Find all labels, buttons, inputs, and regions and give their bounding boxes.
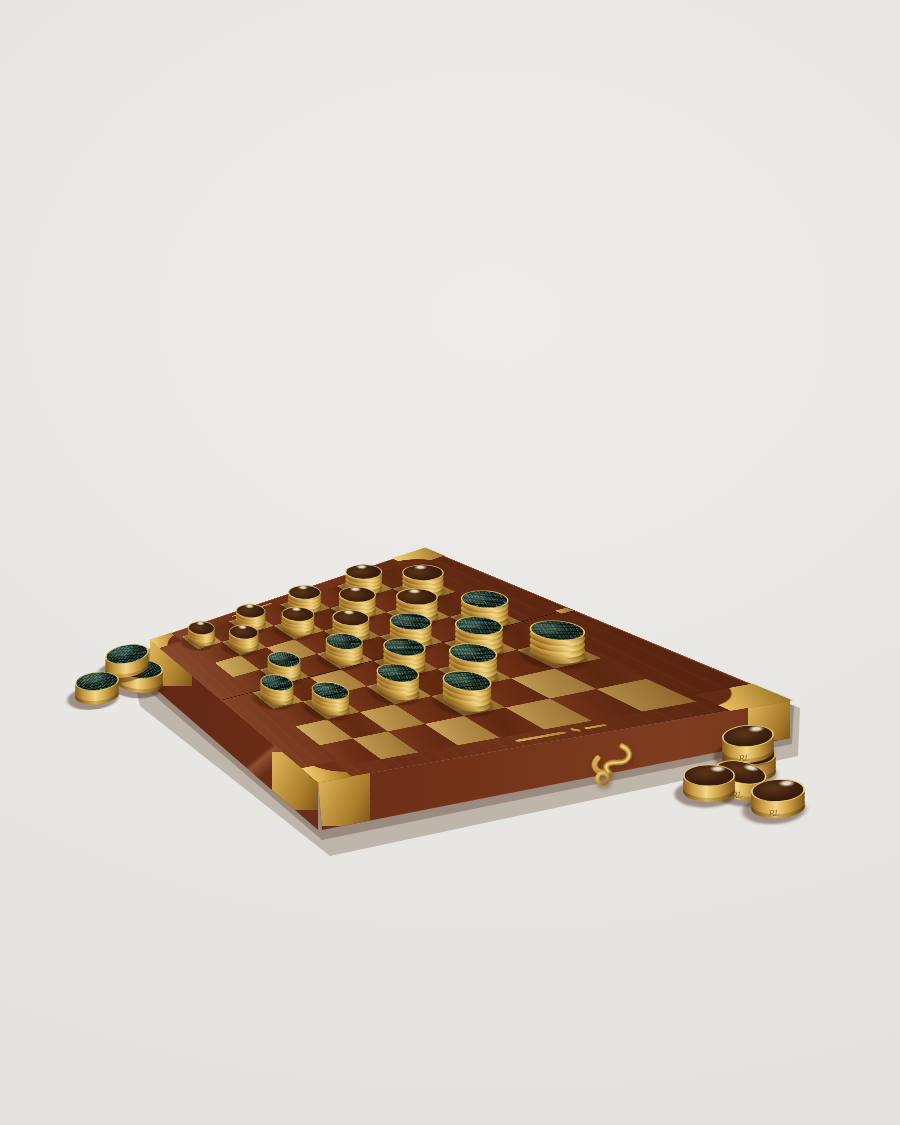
border-inlay-diamond-near (571, 728, 581, 732)
monogram-engraving: RL (768, 808, 780, 818)
product-photo-scene: RLRLRLRL (0, 0, 900, 1125)
brass-corner-cap-west (149, 633, 181, 648)
brass-clasp (584, 736, 638, 795)
brass-corner-cap-east (694, 684, 792, 711)
border-inlay-dash-near (584, 724, 607, 729)
